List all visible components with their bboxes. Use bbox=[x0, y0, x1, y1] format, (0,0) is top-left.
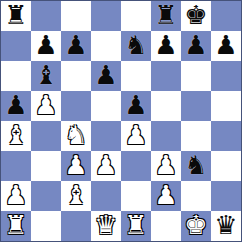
square-d7[interactable] bbox=[91, 31, 121, 61]
square-f8[interactable]: ♜ bbox=[151, 1, 181, 31]
piece-white-pawn-e4: ♟ bbox=[124, 122, 147, 148]
square-d3[interactable]: ♟ bbox=[91, 151, 121, 181]
piece-black-pawn-h7: ♟ bbox=[214, 32, 237, 58]
square-e6[interactable] bbox=[121, 61, 151, 91]
piece-black-rook-a8: ♜ bbox=[4, 2, 27, 28]
square-e4[interactable]: ♟ bbox=[121, 121, 151, 151]
square-b1[interactable] bbox=[31, 211, 61, 241]
square-b7[interactable]: ♟ bbox=[31, 31, 61, 61]
piece-white-pawn-a2: ♟ bbox=[4, 182, 27, 208]
square-a3[interactable] bbox=[1, 151, 31, 181]
square-c3[interactable]: ♟ bbox=[61, 151, 91, 181]
square-d6[interactable]: ♟ bbox=[91, 61, 121, 91]
square-h7[interactable]: ♟ bbox=[211, 31, 241, 61]
piece-white-bishop-c2: ♝ bbox=[64, 182, 87, 208]
piece-black-knight-e7: ♞ bbox=[124, 32, 147, 58]
piece-black-pawn-c7: ♟ bbox=[64, 32, 87, 58]
square-a1[interactable]: ♜ bbox=[1, 211, 31, 241]
square-c6[interactable] bbox=[61, 61, 91, 91]
chess-board: ♜♜♚♟♟♞♟♟♟♝♟♟♟♟♝♞♟♟♟♟♞♟♝♟♜♛♜♚♛ bbox=[0, 0, 242, 242]
square-f3[interactable]: ♟ bbox=[151, 151, 181, 181]
piece-white-rook-a1: ♜ bbox=[4, 212, 27, 238]
piece-white-knight-c4: ♞ bbox=[64, 122, 87, 148]
piece-white-pawn-c3: ♟ bbox=[64, 152, 87, 178]
piece-white-pawn-d3: ♟ bbox=[94, 152, 117, 178]
square-c1[interactable] bbox=[61, 211, 91, 241]
piece-black-pawn-d6: ♟ bbox=[94, 62, 117, 88]
square-e7[interactable]: ♞ bbox=[121, 31, 151, 61]
piece-white-bishop-a4: ♝ bbox=[4, 122, 27, 148]
square-h1[interactable]: ♛ bbox=[211, 211, 241, 241]
square-f6[interactable] bbox=[151, 61, 181, 91]
square-a2[interactable]: ♟ bbox=[1, 181, 31, 211]
square-g1[interactable]: ♚ bbox=[181, 211, 211, 241]
square-d5[interactable] bbox=[91, 91, 121, 121]
square-g8[interactable]: ♚ bbox=[181, 1, 211, 31]
piece-black-pawn-e5: ♟ bbox=[124, 92, 147, 118]
square-b2[interactable] bbox=[31, 181, 61, 211]
square-b3[interactable] bbox=[31, 151, 61, 181]
square-c2[interactable]: ♝ bbox=[61, 181, 91, 211]
piece-white-king-g1: ♚ bbox=[184, 212, 207, 238]
square-c8[interactable] bbox=[61, 1, 91, 31]
square-h2[interactable] bbox=[211, 181, 241, 211]
square-e5[interactable]: ♟ bbox=[121, 91, 151, 121]
square-g7[interactable]: ♟ bbox=[181, 31, 211, 61]
square-f1[interactable] bbox=[151, 211, 181, 241]
piece-white-pawn-b5: ♟ bbox=[34, 92, 57, 118]
square-g5[interactable] bbox=[181, 91, 211, 121]
square-h6[interactable] bbox=[211, 61, 241, 91]
piece-black-queen-h1: ♛ bbox=[214, 212, 237, 238]
piece-white-pawn-f3: ♟ bbox=[154, 152, 177, 178]
square-g3[interactable]: ♞ bbox=[181, 151, 211, 181]
square-d4[interactable] bbox=[91, 121, 121, 151]
piece-black-king-g8: ♚ bbox=[184, 2, 207, 28]
square-g2[interactable] bbox=[181, 181, 211, 211]
square-e8[interactable] bbox=[121, 1, 151, 31]
piece-black-knight-g3: ♞ bbox=[184, 152, 207, 178]
square-c7[interactable]: ♟ bbox=[61, 31, 91, 61]
square-b8[interactable] bbox=[31, 1, 61, 31]
square-a5[interactable]: ♟ bbox=[1, 91, 31, 121]
square-d1[interactable]: ♛ bbox=[91, 211, 121, 241]
square-f4[interactable] bbox=[151, 121, 181, 151]
piece-black-pawn-a5: ♟ bbox=[4, 92, 27, 118]
piece-black-rook-f8: ♜ bbox=[154, 2, 177, 28]
piece-black-pawn-b7: ♟ bbox=[34, 32, 57, 58]
piece-black-bishop-b6: ♝ bbox=[34, 62, 57, 88]
piece-white-rook-e1: ♜ bbox=[124, 212, 147, 238]
square-c4[interactable]: ♞ bbox=[61, 121, 91, 151]
square-d2[interactable] bbox=[91, 181, 121, 211]
square-g6[interactable] bbox=[181, 61, 211, 91]
piece-black-pawn-f7: ♟ bbox=[154, 32, 177, 58]
square-h8[interactable] bbox=[211, 1, 241, 31]
square-b6[interactable]: ♝ bbox=[31, 61, 61, 91]
square-a4[interactable]: ♝ bbox=[1, 121, 31, 151]
square-a8[interactable]: ♜ bbox=[1, 1, 31, 31]
piece-black-pawn-g7: ♟ bbox=[184, 32, 207, 58]
square-f5[interactable] bbox=[151, 91, 181, 121]
square-e3[interactable] bbox=[121, 151, 151, 181]
square-a7[interactable] bbox=[1, 31, 31, 61]
square-e2[interactable] bbox=[121, 181, 151, 211]
square-h3[interactable] bbox=[211, 151, 241, 181]
square-c5[interactable] bbox=[61, 91, 91, 121]
square-b4[interactable] bbox=[31, 121, 61, 151]
square-f7[interactable]: ♟ bbox=[151, 31, 181, 61]
square-d8[interactable] bbox=[91, 1, 121, 31]
square-a6[interactable] bbox=[1, 61, 31, 91]
square-h5[interactable] bbox=[211, 91, 241, 121]
square-b5[interactable]: ♟ bbox=[31, 91, 61, 121]
piece-white-pawn-f2: ♟ bbox=[154, 182, 177, 208]
square-e1[interactable]: ♜ bbox=[121, 211, 151, 241]
square-h4[interactable] bbox=[211, 121, 241, 151]
piece-white-queen-d1: ♛ bbox=[94, 212, 117, 238]
square-f2[interactable]: ♟ bbox=[151, 181, 181, 211]
square-g4[interactable] bbox=[181, 121, 211, 151]
